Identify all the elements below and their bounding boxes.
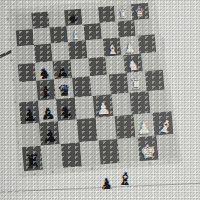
piece-wP-g2: ♟ (136, 118, 153, 136)
square-a8 (15, 13, 33, 30)
square-a2 (21, 122, 42, 147)
piece-bN-b5: ♞ (38, 66, 52, 81)
square-g8: ♜ (114, 4, 132, 21)
square-h4 (145, 70, 165, 92)
rank-label-8: 8 (5, 17, 9, 24)
square-b1 (41, 143, 62, 169)
piece-wB-d7: ♝ (70, 29, 82, 42)
rank-label-5: 5 (11, 79, 15, 86)
square-c3: ♞ (56, 98, 76, 121)
square-e8 (81, 7, 99, 24)
piece-bP-c5: ♟ (56, 64, 70, 79)
piece-wR-g4: ♜ (129, 77, 144, 93)
photo-chess-scene: ♚♜♛♝♝♟♞♟♞♝♛♜♟♟♞♟♟♟♝♜♚ abcdefgh 87654321 … (0, 0, 200, 200)
square-b8 (31, 12, 49, 29)
square-h6 (138, 34, 157, 53)
rank-label-1: 1 (18, 162, 22, 169)
square-c6 (51, 42, 70, 61)
piece-wP-g6: ♟ (123, 41, 136, 55)
rank-label-6: 6 (9, 59, 13, 66)
square-d3 (75, 96, 95, 119)
rank-label-4: 4 (13, 100, 17, 107)
piece-wK-g1: ♚ (139, 142, 157, 161)
square-c8 (48, 10, 66, 27)
square-g2: ♟ (133, 112, 154, 137)
square-h1 (156, 133, 177, 159)
chess-board: ♚♜♛♝♝♟♞♟♞♝♛♜♟♟♞♟♟♟♝♜♚ abcdefgh 87654321 … (0, 0, 200, 189)
piece-bN-c3: ♞ (59, 103, 75, 120)
square-c1 (60, 142, 81, 168)
square-f3 (112, 93, 132, 116)
square-b2: ♟ (39, 121, 60, 146)
board-rows: ♚♜♛♝♝♟♞♟♞♝♛♜♟♟♞♟♟♟♝♜♚ (0, 0, 198, 173)
piece-bP-b3: ♟ (40, 105, 56, 122)
square-a3: ♟ (19, 101, 39, 124)
square-f4 (108, 73, 128, 95)
piece-wB-f6: ♝ (106, 42, 119, 56)
square-h7 (134, 18, 152, 36)
piece-bQ-c4: ♛ (57, 83, 72, 99)
square-f1 (118, 137, 139, 163)
file-label-d: d (86, 166, 98, 171)
square-a1: ♜ (22, 145, 43, 171)
square-b3: ♟ (38, 99, 58, 122)
file-label-c: c (66, 168, 78, 173)
square-a5 (17, 62, 36, 82)
square-e6 (86, 39, 105, 58)
square-a6 (16, 45, 35, 64)
square-c4: ♛ (54, 78, 74, 100)
square-g7 (117, 20, 135, 38)
square-g4: ♜ (127, 71, 147, 93)
square-e4 (90, 75, 110, 97)
square-d4 (72, 76, 92, 98)
square-c2 (58, 119, 79, 144)
square-g5: ♞ (123, 53, 142, 73)
square-h3 (148, 89, 168, 112)
piece-wR-g8: ♜ (118, 9, 129, 21)
square-h2: ♝ (152, 111, 173, 136)
square-g1: ♚ (137, 135, 158, 161)
square-d1 (79, 140, 100, 166)
piece-wP-e3: ♟ (96, 100, 112, 117)
square-f5 (106, 55, 125, 75)
square-e5 (88, 56, 107, 76)
rank-label-2: 2 (16, 141, 20, 148)
square-d6 (68, 40, 87, 59)
square-d7: ♝ (66, 24, 84, 42)
square-a4 (18, 81, 38, 103)
piece-bR-a1: ♜ (24, 152, 42, 171)
square-e3: ♟ (93, 94, 113, 117)
square-b7 (33, 27, 51, 45)
piece-wN-g5: ♞ (126, 58, 140, 73)
file-label-b: b (47, 169, 59, 174)
square-g3 (130, 91, 150, 114)
square-b5: ♞ (35, 61, 54, 81)
square-b6 (34, 43, 53, 62)
piece-bK-d8: ♚ (68, 13, 79, 25)
square-e2 (96, 116, 117, 141)
piece-wQ-h8: ♛ (134, 7, 145, 19)
file-label-h: h (162, 159, 174, 164)
square-f6: ♝ (103, 37, 122, 56)
square-h5 (141, 52, 160, 72)
square-e7 (83, 23, 101, 41)
file-label-f: f (124, 163, 136, 168)
square-d5 (70, 58, 89, 78)
square-g6: ♟ (120, 36, 139, 55)
square-d8: ♚ (65, 9, 83, 26)
file-label-g: g (143, 161, 155, 166)
square-a7 (16, 28, 34, 46)
square-d2 (77, 117, 98, 142)
file-label-a: a (28, 171, 40, 176)
square-b4: ♝ (36, 79, 56, 101)
piece-bP-a3: ♟ (22, 106, 38, 123)
square-f7 (100, 21, 118, 39)
file-label-e: e (105, 164, 117, 169)
square-c7 (49, 25, 67, 43)
square-c5: ♟ (53, 59, 72, 79)
piece-bP-b2: ♟ (42, 127, 59, 145)
rank-label-3: 3 (14, 120, 18, 127)
rank-label-7: 7 (7, 38, 11, 45)
square-h8: ♛ (131, 3, 149, 20)
square-f8 (98, 6, 116, 23)
square-f2 (115, 114, 136, 139)
square-e1 (99, 138, 120, 164)
piece-bB-b4: ♝ (39, 84, 54, 100)
